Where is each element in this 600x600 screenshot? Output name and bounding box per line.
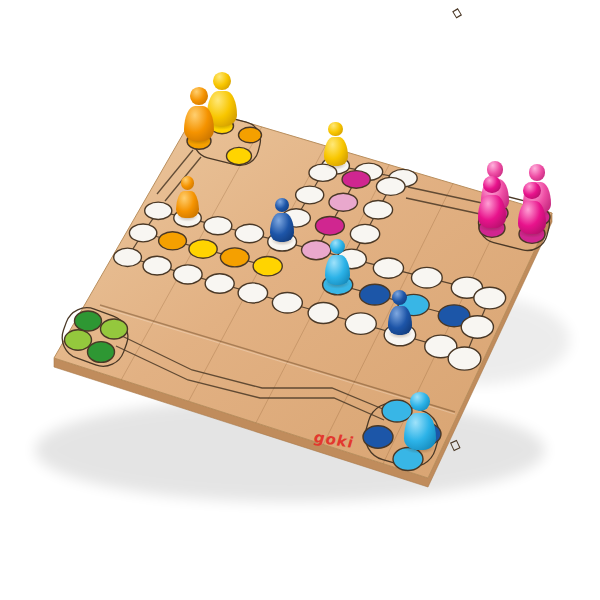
home-circle-yellow-3[interactable]	[220, 248, 249, 267]
track-circle-r3c6[interactable]	[350, 224, 379, 243]
track-circle-r5c10[interactable]	[461, 316, 493, 338]
track-circle-r6c7[interactable]	[345, 313, 376, 335]
corner-circle-pink-E[interactable]	[524, 208, 550, 226]
track-circle-r1c4[interactable]	[309, 164, 337, 181]
track-circle-r4c3[interactable]	[235, 224, 263, 242]
home-circle-pink-1[interactable]	[342, 171, 370, 189]
home-circle-pink-2[interactable]	[329, 193, 358, 211]
track-circle-r6c3[interactable]	[205, 274, 234, 294]
track-circle-r6c5[interactable]	[272, 292, 302, 312]
corner-circle-yellow-E[interactable]	[239, 127, 262, 143]
track-circle-r6c4[interactable]	[238, 283, 267, 303]
clover-diamond-yellow	[453, 9, 461, 18]
track-circle-r3c4[interactable]	[282, 209, 310, 227]
track-circle-r4c8[interactable]	[411, 267, 442, 288]
home-circle-yellow-2[interactable]	[189, 240, 217, 259]
home-circle-pink-4[interactable]	[302, 241, 331, 260]
corner-circle-yellow-N[interactable]	[211, 118, 234, 134]
track-circle-r4c6[interactable]	[337, 249, 367, 269]
home-circle-blue-2[interactable]	[360, 284, 391, 305]
track-circle-r2c6[interactable]	[364, 201, 393, 220]
home-circle-yellow-4[interactable]	[253, 256, 282, 275]
track-circle-r5c0[interactable]	[129, 224, 156, 242]
track-circle-r2c4[interactable]	[296, 186, 324, 204]
corner-circle-yellow-W[interactable]	[187, 133, 211, 149]
track-circle-r4c1[interactable]	[174, 209, 202, 227]
track-circle-r4c10[interactable]	[474, 287, 506, 309]
track-circle-r6c0[interactable]	[114, 248, 142, 266]
track-circle-r6c1[interactable]	[143, 256, 171, 275]
track-circle-r4c0[interactable]	[145, 202, 172, 219]
corner-circle-green-S[interactable]	[88, 342, 115, 363]
home-circle-pink-3[interactable]	[315, 216, 344, 235]
corner-circle-pink-S[interactable]	[519, 225, 545, 244]
corner-circle-blue-W[interactable]	[363, 426, 393, 448]
corner-circle-green-N[interactable]	[75, 311, 102, 331]
track-circle-r4c4[interactable]	[268, 232, 297, 251]
corner-circle-green-W[interactable]	[65, 330, 92, 350]
track-circle-r6c2[interactable]	[174, 265, 203, 284]
home-circle-yellow-1[interactable]	[159, 232, 187, 250]
corner-circle-yellow-S[interactable]	[227, 147, 252, 164]
corner-circle-green-E[interactable]	[101, 319, 128, 339]
track-circle-r4c2[interactable]	[204, 217, 232, 235]
track-circle-r6c10[interactable]	[448, 347, 481, 370]
track-circle-r1c6[interactable]	[376, 177, 405, 195]
track-circle-r6c6[interactable]	[308, 302, 338, 323]
home-circle-blue-3[interactable]	[398, 294, 429, 315]
track-circle-r6c8[interactable]	[384, 324, 416, 346]
corner-circle-blue-E[interactable]	[411, 423, 441, 445]
corner-circle-pink-W[interactable]	[479, 219, 505, 238]
corner-circle-blue-N[interactable]	[382, 400, 412, 422]
home-circle-blue-1[interactable]	[323, 275, 353, 295]
track-circle-r4c7[interactable]	[373, 258, 403, 278]
stage: goki	[0, 0, 600, 600]
board	[0, 0, 600, 600]
corner-circle-blue-S[interactable]	[393, 448, 423, 471]
